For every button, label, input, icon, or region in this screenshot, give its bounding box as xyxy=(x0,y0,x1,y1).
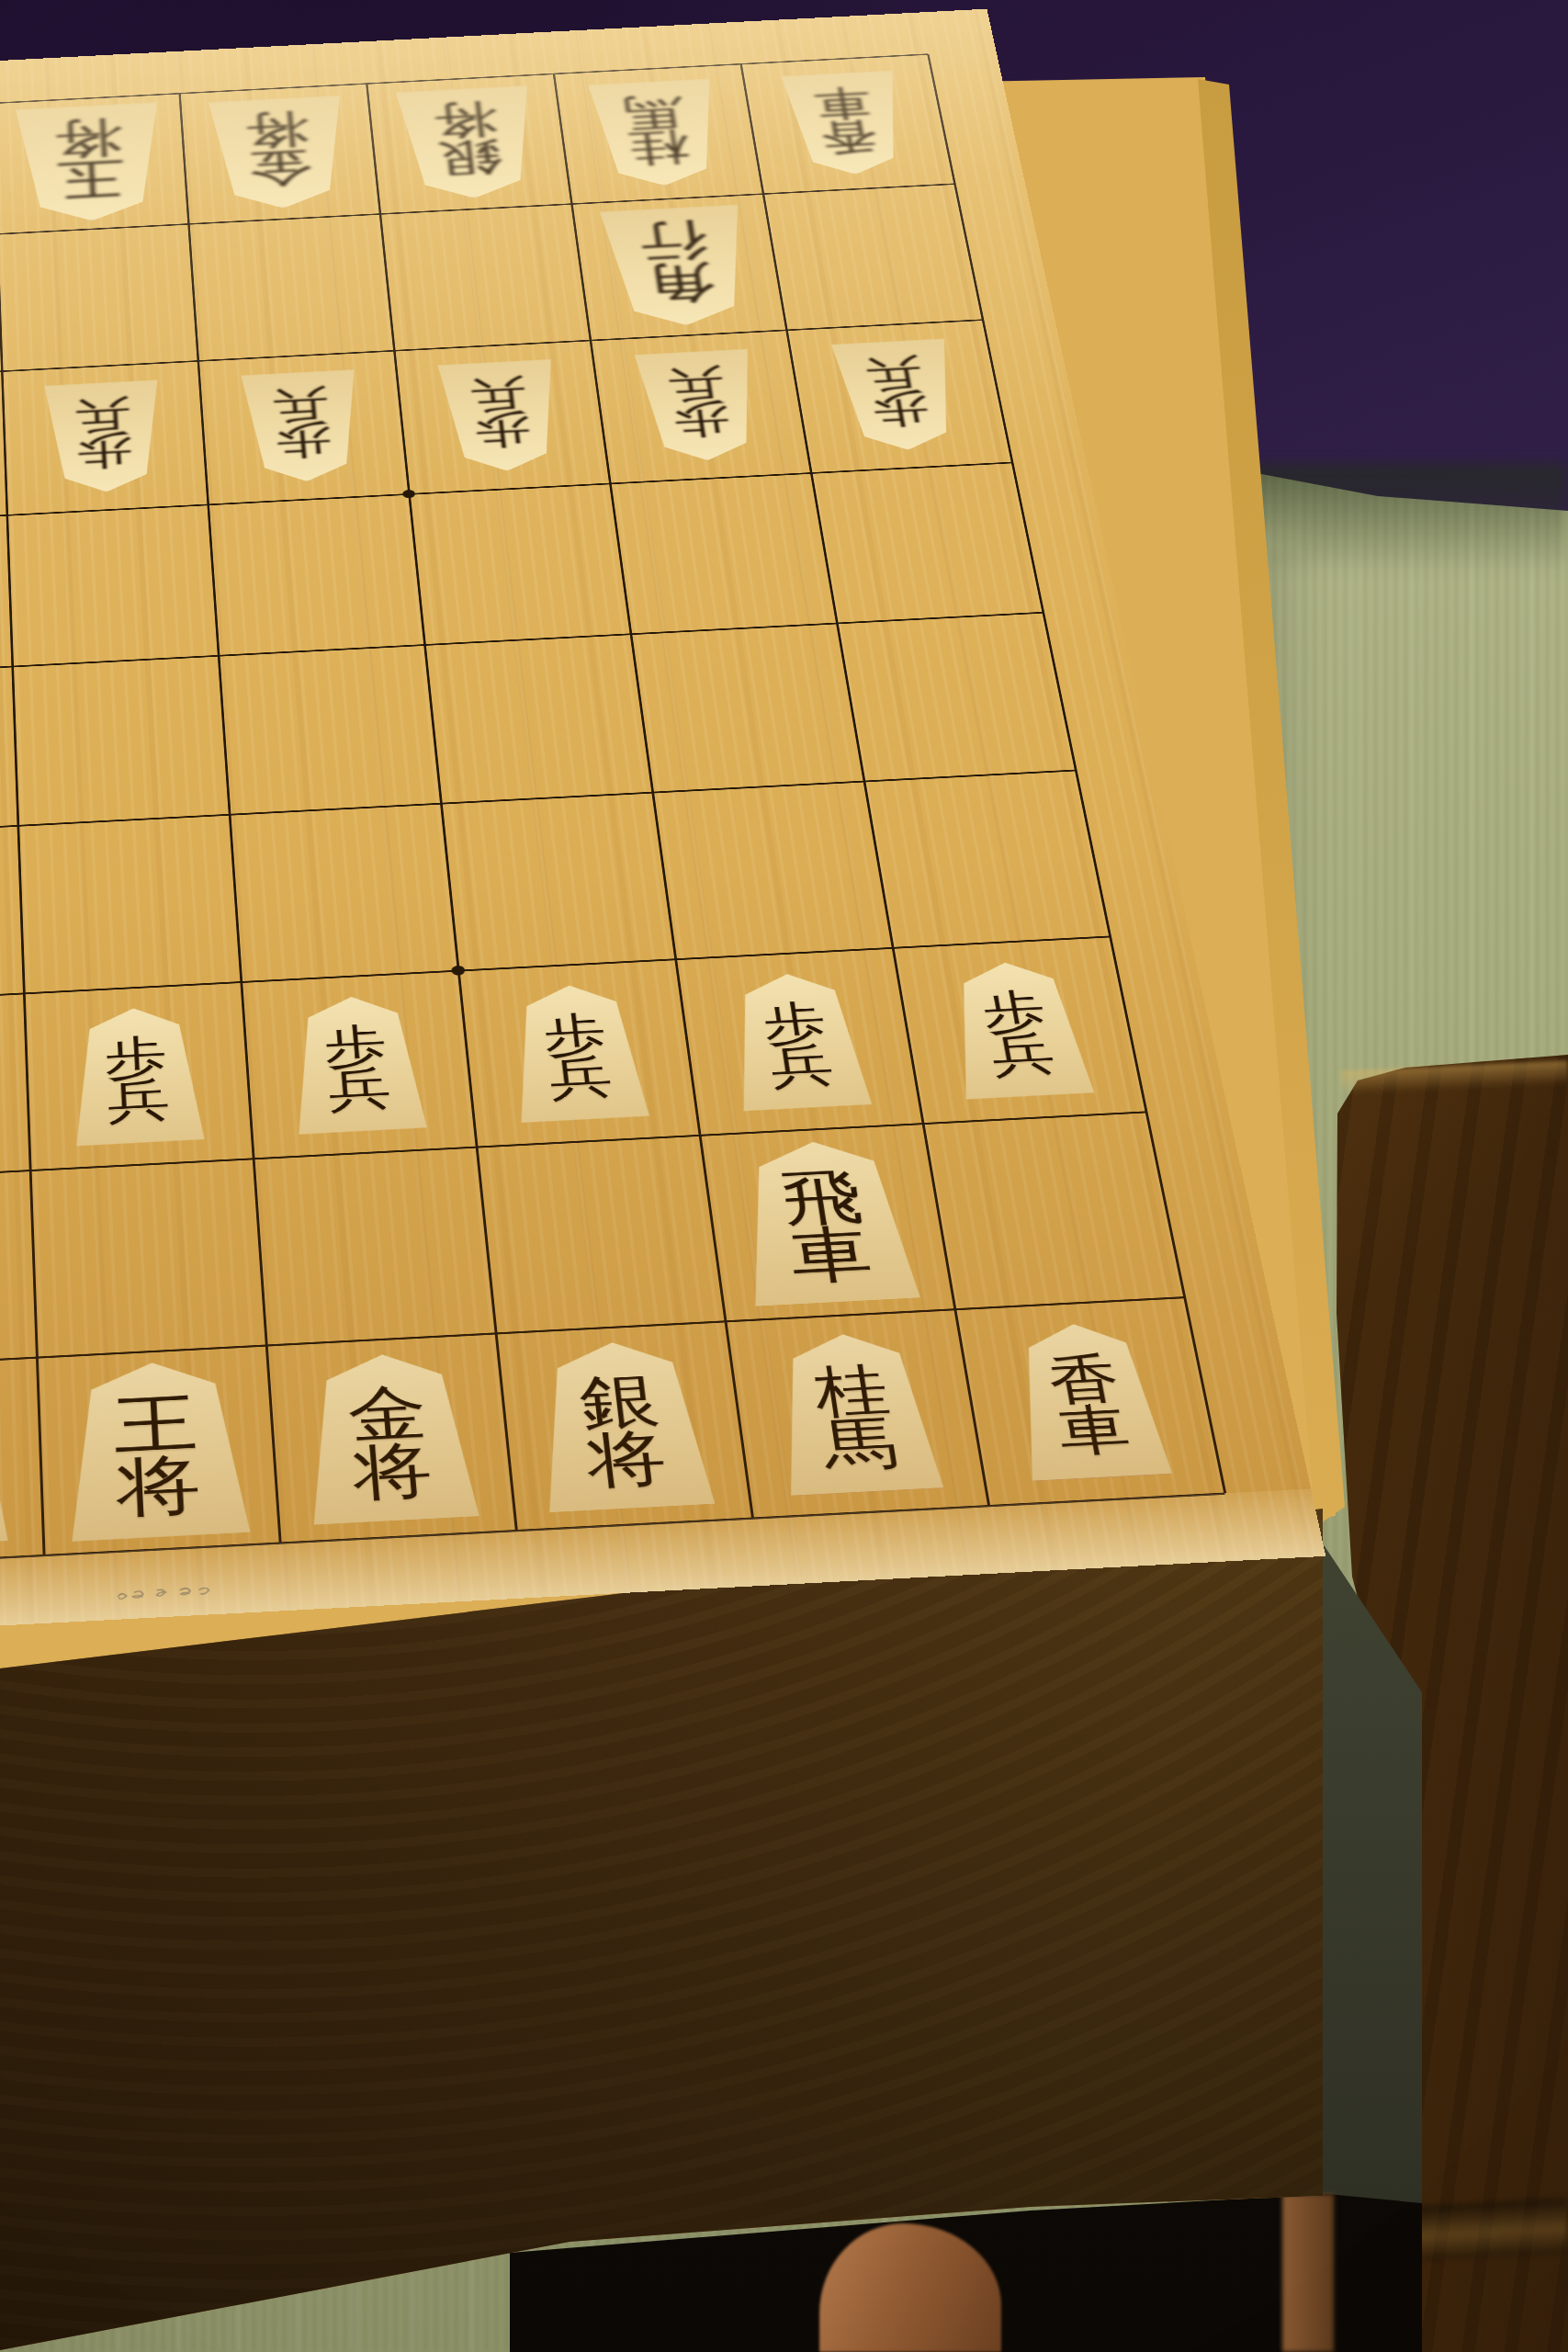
square-5d[interactable] xyxy=(6,504,218,666)
piece-gote-bishop-2b[interactable]: 角行 xyxy=(592,204,765,329)
square-5f[interactable] xyxy=(17,814,241,993)
square-3e[interactable] xyxy=(424,634,652,803)
piece-sente-lance-1i[interactable]: 香車 xyxy=(998,1320,1180,1481)
piece-slot-1a: 香車 xyxy=(740,54,954,194)
piece-kanji: 歩兵 xyxy=(717,970,879,1112)
piece-sente-rook-2h[interactable]: 飛車 xyxy=(724,1137,930,1306)
piece-gote-pawn-5c[interactable]: 歩兵 xyxy=(38,379,171,495)
piece-slot-5a: 玉将 xyxy=(0,94,188,234)
piece-slot-1c: 歩兵 xyxy=(786,320,1012,473)
square-4h[interactable] xyxy=(254,1147,496,1345)
piece-kanji: 歩兵 xyxy=(234,369,371,485)
piece-slot-2g: 歩兵 xyxy=(675,948,922,1136)
square-1h[interactable] xyxy=(923,1112,1185,1309)
piece-slot-2c: 歩兵 xyxy=(590,330,810,483)
square-1f[interactable] xyxy=(863,770,1110,947)
piece-kanji: 桂馬 xyxy=(581,78,734,189)
piece-slot-4g: 歩兵 xyxy=(241,970,476,1159)
piece-slot-5c: 歩兵 xyxy=(2,361,208,515)
piece-slot-2b: 角行 xyxy=(571,194,786,340)
square-2d[interactable] xyxy=(610,473,837,634)
square-4e[interactable] xyxy=(219,645,441,815)
piece-slot-3g: 歩兵 xyxy=(458,959,700,1147)
piece-slot-5i: 王将 xyxy=(37,1345,280,1555)
square-3f[interactable] xyxy=(441,792,675,970)
square-3h[interactable] xyxy=(477,1136,726,1334)
square-3b[interactable] xyxy=(380,204,591,351)
piece-gote-king-5a[interactable]: 玉将 xyxy=(7,102,173,225)
piece-gote-pawn-1c[interactable]: 歩兵 xyxy=(825,338,973,453)
square-1b[interactable] xyxy=(763,184,983,330)
piece-kanji: 金将 xyxy=(200,95,357,212)
piece-kanji: 角行 xyxy=(592,204,765,329)
piece-slot-4i: 金将 xyxy=(266,1333,516,1543)
square-2f[interactable] xyxy=(652,781,892,959)
piece-gote-silver-3a[interactable]: 銀将 xyxy=(388,85,548,201)
piece-kanji: 玉将 xyxy=(7,102,173,225)
piece-kanji: 歩兵 xyxy=(628,348,773,464)
square-5b[interactable] xyxy=(0,224,197,371)
square-2e[interactable] xyxy=(630,623,863,792)
piece-slot-4c: 歩兵 xyxy=(197,350,409,504)
piece-slot-2h: 飛車 xyxy=(700,1124,955,1321)
piece-sente-pawn-2g[interactable]: 歩兵 xyxy=(717,970,879,1112)
piece-slot-1g: 歩兵 xyxy=(893,936,1146,1124)
piece-sente-gold-4i[interactable]: 金将 xyxy=(292,1350,488,1525)
piece-sente-pawn-3g[interactable]: 歩兵 xyxy=(500,982,657,1124)
piece-kanji: 歩兵 xyxy=(825,338,973,453)
piece-slot-2a: 桂馬 xyxy=(554,64,763,204)
piece-slot-2i: 桂馬 xyxy=(725,1309,988,1518)
square-4f[interactable] xyxy=(230,803,458,981)
piece-kanji: 歩兵 xyxy=(63,1004,211,1146)
piece-kanji: 歩兵 xyxy=(935,959,1101,1100)
piece-gote-lance-1a[interactable]: 香車 xyxy=(775,70,919,177)
piece-slot-3c: 歩兵 xyxy=(394,340,610,493)
piece-kanji: 歩兵 xyxy=(38,379,171,495)
piece-kanji: 金将 xyxy=(292,1350,488,1525)
piece-kanji: 銀将 xyxy=(523,1338,724,1513)
piece-kanji: 歩兵 xyxy=(500,982,657,1124)
square-5h[interactable] xyxy=(30,1159,266,1357)
piece-gote-gold-4a[interactable]: 金将 xyxy=(200,95,357,212)
square-4d[interactable] xyxy=(208,494,424,656)
piece-kanji: 飛車 xyxy=(724,1137,930,1306)
board-grid: 香車桂馬銀将金将玉将金将銀将桂馬香車飛車角行歩兵歩兵歩兵歩兵歩兵歩兵歩兵歩兵歩兵… xyxy=(0,54,1224,1605)
piece-kanji: 王将 xyxy=(55,1358,260,1543)
piece-kanji: 桂馬 xyxy=(760,1330,952,1497)
piece-kanji: 金将 xyxy=(0,1374,17,1550)
piece-sente-silver-3i[interactable]: 銀将 xyxy=(523,1338,724,1513)
piece-sente-pawn-5g[interactable]: 歩兵 xyxy=(63,1004,211,1146)
piece-slot-1i: 香車 xyxy=(954,1297,1224,1506)
square-1e[interactable] xyxy=(837,612,1076,781)
piece-slot-3a: 銀将 xyxy=(367,73,571,214)
square-5e[interactable] xyxy=(12,655,229,825)
piece-slot-3i: 銀将 xyxy=(496,1321,752,1531)
piece-kanji: 歩兵 xyxy=(431,359,571,475)
piece-gote-pawn-3c[interactable]: 歩兵 xyxy=(431,359,571,475)
piece-sente-king-5i[interactable]: 王将 xyxy=(55,1358,260,1543)
piece-gote-knight-2a[interactable]: 桂馬 xyxy=(581,78,734,189)
piece-gote-pawn-4c[interactable]: 歩兵 xyxy=(234,369,371,485)
piece-kanji: 香車 xyxy=(998,1320,1180,1481)
board-leg-right xyxy=(1282,2194,1334,2352)
square-3d[interactable] xyxy=(409,483,630,645)
piece-slot-5g: 歩兵 xyxy=(24,982,254,1170)
square-1d[interactable] xyxy=(811,462,1043,623)
piece-sente-knight-2i[interactable]: 桂馬 xyxy=(760,1330,952,1497)
piece-sente-pawn-1g[interactable]: 歩兵 xyxy=(935,959,1101,1100)
piece-sente-pawn-4g[interactable]: 歩兵 xyxy=(282,993,434,1135)
piece-kanji: 歩兵 xyxy=(282,993,434,1135)
piece-kanji: 銀将 xyxy=(388,85,548,201)
piece-kanji: 香車 xyxy=(775,70,919,177)
piece-slot-4a: 金将 xyxy=(179,84,379,224)
piece-gote-pawn-2c[interactable]: 歩兵 xyxy=(628,348,773,464)
piece-sente-gold-6i[interactable]: 金将 xyxy=(0,1374,17,1550)
square-4b[interactable] xyxy=(188,214,394,361)
